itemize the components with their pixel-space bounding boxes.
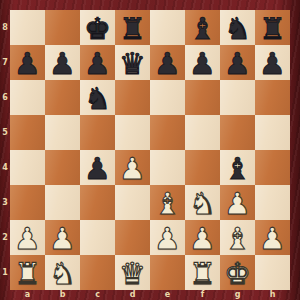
- square-d5[interactable]: [115, 115, 150, 150]
- square-g7[interactable]: ♟: [220, 45, 255, 80]
- square-d4[interactable]: ♟: [115, 150, 150, 185]
- file-label-a: a: [10, 290, 45, 300]
- square-h8[interactable]: ♜: [255, 10, 290, 45]
- square-b6[interactable]: [45, 80, 80, 115]
- square-a7[interactable]: ♟: [10, 45, 45, 80]
- square-f8[interactable]: ♝: [185, 10, 220, 45]
- square-g6[interactable]: [220, 80, 255, 115]
- white-knight-piece: ♞: [185, 185, 220, 220]
- rank-label-1: 1: [0, 255, 10, 290]
- white-pawn-piece: ♟: [185, 220, 220, 255]
- square-d6[interactable]: [115, 80, 150, 115]
- board-frame: 87654321 ♚♜♝♞♜♟♟♟♛♟♟♟♟♞♟♟♝♝♞♟♟♟♟♟♝♟♜♞♛♜♚…: [0, 0, 300, 300]
- square-c7[interactable]: ♟: [80, 45, 115, 80]
- rank-label-8: 8: [0, 10, 10, 45]
- black-bishop-piece: ♝: [220, 150, 255, 185]
- square-a2[interactable]: ♟: [10, 220, 45, 255]
- square-g8[interactable]: ♞: [220, 10, 255, 45]
- square-e1[interactable]: [150, 255, 185, 290]
- rank-labels: 87654321: [0, 10, 10, 290]
- black-pawn-piece: ♟: [185, 45, 220, 80]
- rank-label-6: 6: [0, 80, 10, 115]
- square-a1[interactable]: ♜: [10, 255, 45, 290]
- white-rook-piece: ♜: [10, 255, 45, 290]
- file-label-h: h: [255, 290, 290, 300]
- square-e2[interactable]: ♟: [150, 220, 185, 255]
- square-f3[interactable]: ♞: [185, 185, 220, 220]
- white-pawn-piece: ♟: [220, 185, 255, 220]
- file-labels: abcdefgh: [10, 290, 290, 300]
- square-a8[interactable]: [10, 10, 45, 45]
- square-c6[interactable]: ♞: [80, 80, 115, 115]
- square-b8[interactable]: [45, 10, 80, 45]
- square-a3[interactable]: [10, 185, 45, 220]
- white-rook-piece: ♜: [185, 255, 220, 290]
- file-label-c: c: [80, 290, 115, 300]
- white-bishop-piece: ♝: [150, 185, 185, 220]
- square-c5[interactable]: [80, 115, 115, 150]
- square-b2[interactable]: ♟: [45, 220, 80, 255]
- white-knight-piece: ♞: [45, 255, 80, 290]
- square-g1[interactable]: ♚: [220, 255, 255, 290]
- square-a5[interactable]: [10, 115, 45, 150]
- square-h3[interactable]: [255, 185, 290, 220]
- white-king-piece: ♚: [220, 255, 255, 290]
- square-e3[interactable]: ♝: [150, 185, 185, 220]
- square-b3[interactable]: [45, 185, 80, 220]
- white-pawn-piece: ♟: [150, 220, 185, 255]
- square-h7[interactable]: ♟: [255, 45, 290, 80]
- square-h1[interactable]: [255, 255, 290, 290]
- rank-label-2: 2: [0, 220, 10, 255]
- white-pawn-piece: ♟: [255, 220, 290, 255]
- square-e5[interactable]: [150, 115, 185, 150]
- black-queen-piece: ♛: [115, 45, 150, 80]
- rank-label-5: 5: [0, 115, 10, 150]
- square-f5[interactable]: [185, 115, 220, 150]
- square-g5[interactable]: [220, 115, 255, 150]
- square-c1[interactable]: [80, 255, 115, 290]
- black-pawn-piece: ♟: [80, 150, 115, 185]
- square-d8[interactable]: ♜: [115, 10, 150, 45]
- black-rook-piece: ♜: [255, 10, 290, 45]
- square-c2[interactable]: [80, 220, 115, 255]
- white-pawn-piece: ♟: [10, 220, 45, 255]
- square-h5[interactable]: [255, 115, 290, 150]
- rank-label-3: 3: [0, 185, 10, 220]
- black-pawn-piece: ♟: [220, 45, 255, 80]
- square-f2[interactable]: ♟: [185, 220, 220, 255]
- black-pawn-piece: ♟: [150, 45, 185, 80]
- square-b1[interactable]: ♞: [45, 255, 80, 290]
- file-label-g: g: [220, 290, 255, 300]
- black-pawn-piece: ♟: [255, 45, 290, 80]
- square-d7[interactable]: ♛: [115, 45, 150, 80]
- black-pawn-piece: ♟: [10, 45, 45, 80]
- black-king-piece: ♚: [80, 10, 115, 45]
- square-f7[interactable]: ♟: [185, 45, 220, 80]
- square-d1[interactable]: ♛: [115, 255, 150, 290]
- rank-label-7: 7: [0, 45, 10, 80]
- white-pawn-piece: ♟: [115, 150, 150, 185]
- square-d2[interactable]: [115, 220, 150, 255]
- square-d3[interactable]: [115, 185, 150, 220]
- white-queen-piece: ♛: [115, 255, 150, 290]
- square-g3[interactable]: ♟: [220, 185, 255, 220]
- file-label-b: b: [45, 290, 80, 300]
- square-h2[interactable]: ♟: [255, 220, 290, 255]
- square-e4[interactable]: [150, 150, 185, 185]
- square-h6[interactable]: [255, 80, 290, 115]
- square-a6[interactable]: [10, 80, 45, 115]
- square-b7[interactable]: ♟: [45, 45, 80, 80]
- square-b5[interactable]: [45, 115, 80, 150]
- black-knight-piece: ♞: [220, 10, 255, 45]
- file-label-f: f: [185, 290, 220, 300]
- square-h4[interactable]: [255, 150, 290, 185]
- rank-label-4: 4: [0, 150, 10, 185]
- black-bishop-piece: ♝: [185, 10, 220, 45]
- square-c4[interactable]: ♟: [80, 150, 115, 185]
- square-g2[interactable]: ♝: [220, 220, 255, 255]
- black-knight-piece: ♞: [80, 80, 115, 115]
- square-g4[interactable]: ♝: [220, 150, 255, 185]
- square-f4[interactable]: [185, 150, 220, 185]
- square-e7[interactable]: ♟: [150, 45, 185, 80]
- square-f1[interactable]: ♜: [185, 255, 220, 290]
- black-pawn-piece: ♟: [80, 45, 115, 80]
- square-f6[interactable]: [185, 80, 220, 115]
- square-c8[interactable]: ♚: [80, 10, 115, 45]
- white-bishop-piece: ♝: [220, 220, 255, 255]
- black-pawn-piece: ♟: [45, 45, 80, 80]
- white-pawn-piece: ♟: [45, 220, 80, 255]
- square-e8[interactable]: [150, 10, 185, 45]
- square-b4[interactable]: [45, 150, 80, 185]
- file-label-d: d: [115, 290, 150, 300]
- square-e6[interactable]: [150, 80, 185, 115]
- square-c3[interactable]: [80, 185, 115, 220]
- file-label-e: e: [150, 290, 185, 300]
- square-a4[interactable]: [10, 150, 45, 185]
- black-rook-piece: ♜: [115, 10, 150, 45]
- chess-board: ♚♜♝♞♜♟♟♟♛♟♟♟♟♞♟♟♝♝♞♟♟♟♟♟♝♟♜♞♛♜♚: [10, 10, 290, 290]
